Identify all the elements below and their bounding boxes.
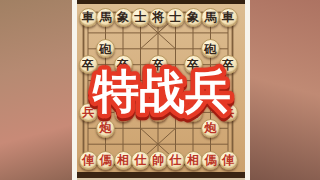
piece-red[interactable]: 俥 <box>219 151 238 170</box>
piece-red[interactable]: 兵 <box>184 103 203 122</box>
piece-red[interactable]: 炮 <box>201 119 220 138</box>
piece-red[interactable]: 相 <box>114 151 133 170</box>
piece-black[interactable]: 馬 <box>201 8 220 27</box>
piece-red[interactable]: 炮 <box>96 119 115 138</box>
piece-black[interactable]: 士 <box>166 8 185 27</box>
piece-red[interactable]: 相 <box>184 151 203 170</box>
piece-red[interactable]: 傌 <box>96 151 115 170</box>
piece-black[interactable]: 馬 <box>96 8 115 27</box>
piece-black[interactable]: 卒 <box>114 55 133 74</box>
piece-black[interactable]: 士 <box>131 8 150 27</box>
piece-red[interactable]: 兵 <box>79 103 98 122</box>
piece-black[interactable]: 車 <box>79 8 98 27</box>
piece-red[interactable]: 傌 <box>201 151 220 170</box>
piece-black[interactable]: 砲 <box>201 39 220 58</box>
left-blur-sidebar <box>0 0 73 180</box>
pieces-layer: 車馬象士将士象馬車砲砲卒卒卒卒卒兵兵兵兵兵炮炮俥傌相仕帥仕相傌俥 <box>77 0 245 180</box>
piece-black[interactable]: 車 <box>219 8 238 27</box>
xiangqi-board[interactable]: 車馬象士将士象馬車砲砲卒卒卒卒卒兵兵兵兵兵炮炮俥傌相仕帥仕相傌俥 <box>77 0 245 180</box>
piece-black[interactable]: 卒 <box>79 55 98 74</box>
right-blur-sidebar <box>250 0 320 180</box>
piece-black[interactable]: 卒 <box>184 55 203 74</box>
piece-red[interactable]: 帥 <box>149 151 168 170</box>
piece-black[interactable]: 象 <box>114 8 133 27</box>
piece-black[interactable]: 卒 <box>219 55 238 74</box>
piece-black[interactable]: 象 <box>184 8 203 27</box>
piece-red[interactable]: 俥 <box>79 151 98 170</box>
piece-red[interactable]: 兵 <box>114 103 133 122</box>
piece-black[interactable]: 将 <box>149 8 168 27</box>
piece-black[interactable]: 卒 <box>149 55 168 74</box>
piece-red[interactable]: 兵 <box>149 103 168 122</box>
piece-red[interactable]: 仕 <box>131 151 150 170</box>
video-frame: 車馬象士将士象馬車砲砲卒卒卒卒卒兵兵兵兵兵炮炮俥傌相仕帥仕相傌俥 特战兵 <box>0 0 320 180</box>
piece-black[interactable]: 砲 <box>96 39 115 58</box>
piece-red[interactable]: 兵 <box>219 103 238 122</box>
piece-red[interactable]: 仕 <box>166 151 185 170</box>
right-white-strip <box>245 0 250 180</box>
